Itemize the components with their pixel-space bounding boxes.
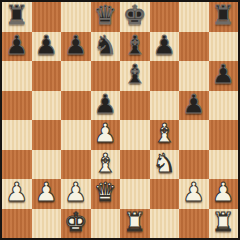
white-bishop-d3[interactable]: ♝ bbox=[94, 149, 117, 179]
square-g5[interactable]: ♟ bbox=[179, 91, 209, 121]
white-pawn-g2[interactable]: ♟ bbox=[182, 178, 205, 208]
square-h7[interactable] bbox=[209, 32, 239, 62]
square-b2[interactable]: ♟ bbox=[32, 179, 62, 209]
square-d5[interactable]: ♟ bbox=[91, 91, 121, 121]
square-e2[interactable] bbox=[120, 179, 150, 209]
square-a4[interactable] bbox=[2, 120, 32, 150]
square-h5[interactable] bbox=[209, 91, 239, 121]
square-e4[interactable] bbox=[120, 120, 150, 150]
black-pawn-a7[interactable]: ♟ bbox=[5, 31, 28, 61]
square-g1[interactable] bbox=[179, 209, 209, 239]
white-king-c1[interactable]: ♚ bbox=[64, 208, 87, 238]
square-e5[interactable] bbox=[120, 91, 150, 121]
square-c7[interactable]: ♟ bbox=[61, 32, 91, 62]
square-d2[interactable]: ♛ bbox=[91, 179, 121, 209]
black-knight-d7[interactable]: ♞ bbox=[94, 31, 117, 61]
black-bishop-e7[interactable]: ♝ bbox=[123, 31, 146, 61]
square-c5[interactable] bbox=[61, 91, 91, 121]
square-h6[interactable]: ♟ bbox=[209, 61, 239, 91]
square-e3[interactable] bbox=[120, 150, 150, 180]
white-pawn-b2[interactable]: ♟ bbox=[35, 178, 58, 208]
square-d1[interactable] bbox=[91, 209, 121, 239]
square-e1[interactable]: ♜ bbox=[120, 209, 150, 239]
square-h3[interactable] bbox=[209, 150, 239, 180]
black-pawn-c7[interactable]: ♟ bbox=[64, 31, 87, 61]
board-grid: ♜♛♚♜♟♟♟♞♝♟♝♟♟♟♟♝♝♞♟♟♟♛♟♟♚♜♜ bbox=[2, 2, 238, 238]
square-d8[interactable]: ♛ bbox=[91, 2, 121, 32]
black-rook-a8[interactable]: ♜ bbox=[5, 1, 28, 31]
square-g6[interactable] bbox=[179, 61, 209, 91]
square-c4[interactable] bbox=[61, 120, 91, 150]
square-f6[interactable] bbox=[150, 61, 180, 91]
square-f7[interactable]: ♟ bbox=[150, 32, 180, 62]
square-f2[interactable] bbox=[150, 179, 180, 209]
square-a3[interactable] bbox=[2, 150, 32, 180]
white-rook-e1[interactable]: ♜ bbox=[123, 208, 146, 238]
black-pawn-g5[interactable]: ♟ bbox=[182, 90, 205, 120]
square-b1[interactable] bbox=[32, 209, 62, 239]
square-c6[interactable] bbox=[61, 61, 91, 91]
square-f8[interactable] bbox=[150, 2, 180, 32]
square-a2[interactable]: ♟ bbox=[2, 179, 32, 209]
square-d4[interactable]: ♟ bbox=[91, 120, 121, 150]
black-bishop-e6[interactable]: ♝ bbox=[123, 60, 146, 90]
square-h1[interactable]: ♜ bbox=[209, 209, 239, 239]
square-b3[interactable] bbox=[32, 150, 62, 180]
square-f3[interactable]: ♞ bbox=[150, 150, 180, 180]
square-g8[interactable] bbox=[179, 2, 209, 32]
black-pawn-h6[interactable]: ♟ bbox=[212, 60, 235, 90]
white-pawn-d4[interactable]: ♟ bbox=[94, 119, 117, 149]
black-queen-d8[interactable]: ♛ bbox=[94, 1, 117, 31]
square-a8[interactable]: ♜ bbox=[2, 2, 32, 32]
square-e7[interactable]: ♝ bbox=[120, 32, 150, 62]
square-g3[interactable] bbox=[179, 150, 209, 180]
square-g4[interactable] bbox=[179, 120, 209, 150]
square-h2[interactable]: ♟ bbox=[209, 179, 239, 209]
black-pawn-f7[interactable]: ♟ bbox=[153, 31, 176, 61]
square-d7[interactable]: ♞ bbox=[91, 32, 121, 62]
square-e8[interactable]: ♚ bbox=[120, 2, 150, 32]
square-f4[interactable]: ♝ bbox=[150, 120, 180, 150]
black-pawn-d5[interactable]: ♟ bbox=[94, 90, 117, 120]
white-queen-d2[interactable]: ♛ bbox=[94, 178, 117, 208]
square-h4[interactable] bbox=[209, 120, 239, 150]
white-knight-f3[interactable]: ♞ bbox=[153, 149, 176, 179]
square-b8[interactable] bbox=[32, 2, 62, 32]
square-c3[interactable] bbox=[61, 150, 91, 180]
square-b7[interactable]: ♟ bbox=[32, 32, 62, 62]
black-king-e8[interactable]: ♚ bbox=[123, 1, 146, 31]
black-pawn-b7[interactable]: ♟ bbox=[35, 31, 58, 61]
square-a1[interactable] bbox=[2, 209, 32, 239]
square-f1[interactable] bbox=[150, 209, 180, 239]
square-d6[interactable] bbox=[91, 61, 121, 91]
square-c1[interactable]: ♚ bbox=[61, 209, 91, 239]
square-c2[interactable]: ♟ bbox=[61, 179, 91, 209]
square-b4[interactable] bbox=[32, 120, 62, 150]
white-bishop-f4[interactable]: ♝ bbox=[153, 119, 176, 149]
square-d3[interactable]: ♝ bbox=[91, 150, 121, 180]
black-rook-h8[interactable]: ♜ bbox=[212, 1, 235, 31]
white-pawn-h2[interactable]: ♟ bbox=[212, 178, 235, 208]
square-f5[interactable] bbox=[150, 91, 180, 121]
square-h8[interactable]: ♜ bbox=[209, 2, 239, 32]
square-c8[interactable] bbox=[61, 2, 91, 32]
square-b6[interactable] bbox=[32, 61, 62, 91]
square-g7[interactable] bbox=[179, 32, 209, 62]
square-a5[interactable] bbox=[2, 91, 32, 121]
white-rook-h1[interactable]: ♜ bbox=[212, 208, 235, 238]
square-g2[interactable]: ♟ bbox=[179, 179, 209, 209]
square-b5[interactable] bbox=[32, 91, 62, 121]
square-a6[interactable] bbox=[2, 61, 32, 91]
square-a7[interactable]: ♟ bbox=[2, 32, 32, 62]
chess-board: ♜♛♚♜♟♟♟♞♝♟♝♟♟♟♟♝♝♞♟♟♟♛♟♟♚♜♜ bbox=[0, 0, 240, 240]
white-pawn-a2[interactable]: ♟ bbox=[5, 178, 28, 208]
white-pawn-c2[interactable]: ♟ bbox=[64, 178, 87, 208]
square-e6[interactable]: ♝ bbox=[120, 61, 150, 91]
